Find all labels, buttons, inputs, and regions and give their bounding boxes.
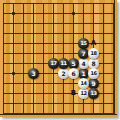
grid-line-vertical [23, 3, 24, 114]
go-board[interactable]: 1234567891112131415161718 AB [0, 0, 117, 117]
grid-line-vertical [33, 3, 34, 114]
point-label-A: A [88, 38, 99, 49]
star-point [12, 72, 15, 75]
grid-line-horizontal [3, 23, 114, 24]
star-point [72, 12, 75, 15]
grid-line-horizontal [3, 103, 114, 104]
grid-line-vertical [13, 3, 14, 114]
grid-line-horizontal [3, 3, 114, 4]
stone-black-13: 13 [88, 88, 99, 99]
grid-line-horizontal [3, 33, 114, 34]
stone-black-17: 17 [48, 58, 59, 69]
board-side-right [114, 0, 117, 117]
stone-black-3: 3 [28, 68, 39, 79]
stone-white-16: 16 [88, 68, 99, 79]
grid-line-horizontal [3, 113, 114, 114]
grid-line-vertical [3, 3, 4, 114]
grid-line-vertical [113, 3, 114, 114]
stone-white-14: 14 [78, 78, 89, 89]
grid-line-vertical [103, 3, 104, 114]
go-diagram-screenshot: 1234567891112131415161718 AB [0, 0, 120, 120]
stone-white-6: 6 [68, 68, 79, 79]
grid-line-horizontal [3, 13, 114, 14]
star-point [12, 12, 15, 15]
board-side-bottom [0, 114, 117, 117]
stone-black-11: 11 [58, 58, 69, 69]
point-label-B: B [68, 88, 79, 99]
stone-white-18: 18 [88, 48, 99, 59]
grid-line-vertical [43, 3, 44, 114]
